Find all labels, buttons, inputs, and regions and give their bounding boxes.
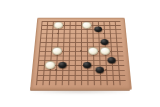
stone-white[interactable]: [88, 47, 98, 54]
stone-black[interactable]: [58, 62, 66, 68]
stones-layer: [32, 19, 129, 88]
stone-white[interactable]: [54, 22, 63, 28]
stone-black[interactable]: [96, 67, 104, 73]
stone-black[interactable]: [101, 39, 109, 44]
stone-white[interactable]: [82, 22, 91, 28]
stone-white[interactable]: [45, 61, 55, 69]
stone-white[interactable]: [52, 47, 62, 54]
photo-scene: [0, 0, 160, 107]
go-board[interactable]: [30, 18, 132, 90]
stone-black[interactable]: [95, 27, 102, 32]
stone-black[interactable]: [83, 62, 91, 68]
stone-black[interactable]: [108, 57, 116, 63]
stone-white[interactable]: [100, 47, 110, 54]
